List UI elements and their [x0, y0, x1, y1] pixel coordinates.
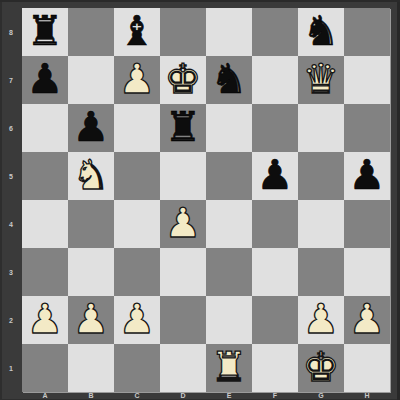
square-b6[interactable]: ♟ [68, 104, 114, 152]
square-h4[interactable] [344, 200, 390, 248]
piece-black-knight-g8[interactable]: ♞ [303, 11, 340, 52]
piece-black-bishop-c8[interactable]: ♝ [119, 11, 156, 52]
square-c4[interactable] [114, 200, 160, 248]
square-f5[interactable]: ♟ [252, 152, 298, 200]
file-label-d: D [160, 391, 206, 400]
square-f2[interactable] [252, 296, 298, 344]
rank-label-2: 2 [0, 296, 22, 344]
square-f8[interactable] [252, 8, 298, 56]
piece-black-pawn-b6[interactable]: ♟ [73, 107, 110, 148]
square-a6[interactable] [22, 104, 68, 152]
square-f3[interactable] [252, 248, 298, 296]
square-e4[interactable] [206, 200, 252, 248]
piece-white-pawn-a2[interactable]: ♟ [27, 299, 64, 340]
piece-black-rook-d6[interactable]: ♜ [165, 107, 202, 148]
piece-white-pawn-h2[interactable]: ♟ [349, 299, 386, 340]
rank-label-1: 1 [0, 344, 22, 392]
square-b2[interactable]: ♟ [68, 296, 114, 344]
rank-label-8: 8 [0, 8, 22, 56]
square-f7[interactable] [252, 56, 298, 104]
square-g3[interactable] [298, 248, 344, 296]
file-label-a: A [22, 391, 68, 400]
square-g8[interactable]: ♞ [298, 8, 344, 56]
square-g1[interactable]: ♚ [298, 344, 344, 392]
square-a5[interactable] [22, 152, 68, 200]
file-label-c: C [114, 391, 160, 400]
piece-black-rook-a8[interactable]: ♜ [27, 11, 64, 52]
square-f4[interactable] [252, 200, 298, 248]
square-c2[interactable]: ♟ [114, 296, 160, 344]
square-h2[interactable]: ♟ [344, 296, 390, 344]
piece-black-knight-e7[interactable]: ♞ [211, 59, 248, 100]
piece-white-queen-g7[interactable]: ♛ [303, 59, 340, 100]
square-e3[interactable] [206, 248, 252, 296]
square-a8[interactable]: ♜ [22, 8, 68, 56]
piece-white-rook-e1[interactable]: ♜ [211, 347, 248, 388]
rank-label-7: 7 [0, 56, 22, 104]
square-g7[interactable]: ♛ [298, 56, 344, 104]
square-c6[interactable] [114, 104, 160, 152]
square-d2[interactable] [160, 296, 206, 344]
piece-white-pawn-c7[interactable]: ♟ [119, 59, 156, 100]
piece-black-pawn-f5[interactable]: ♟ [257, 155, 294, 196]
piece-black-pawn-h5[interactable]: ♟ [349, 155, 386, 196]
square-a3[interactable] [22, 248, 68, 296]
square-g4[interactable] [298, 200, 344, 248]
square-b3[interactable] [68, 248, 114, 296]
piece-white-pawn-b2[interactable]: ♟ [73, 299, 110, 340]
square-e8[interactable] [206, 8, 252, 56]
square-d1[interactable] [160, 344, 206, 392]
square-c1[interactable] [114, 344, 160, 392]
rank-label-4: 4 [0, 200, 22, 248]
square-c3[interactable] [114, 248, 160, 296]
square-d7[interactable]: ♚ [160, 56, 206, 104]
rank-label-6: 6 [0, 104, 22, 152]
piece-white-pawn-c2[interactable]: ♟ [119, 299, 156, 340]
square-c5[interactable] [114, 152, 160, 200]
file-labels: ABCDEFGH [22, 391, 390, 400]
file-label-e: E [206, 391, 252, 400]
piece-white-king-d7[interactable]: ♚ [165, 59, 202, 100]
square-h7[interactable] [344, 56, 390, 104]
square-a1[interactable] [22, 344, 68, 392]
square-e7[interactable]: ♞ [206, 56, 252, 104]
piece-white-knight-b5[interactable]: ♞ [73, 155, 110, 196]
square-h5[interactable]: ♟ [344, 152, 390, 200]
square-h3[interactable] [344, 248, 390, 296]
square-a4[interactable] [22, 200, 68, 248]
square-f1[interactable] [252, 344, 298, 392]
square-g5[interactable] [298, 152, 344, 200]
square-e1[interactable]: ♜ [206, 344, 252, 392]
square-e5[interactable] [206, 152, 252, 200]
square-a7[interactable]: ♟ [22, 56, 68, 104]
square-h8[interactable] [344, 8, 390, 56]
board: ♜♝♞♟♟♚♞♛♟♜♞♟♟♟♟♟♟♟♟♜♚ [22, 8, 390, 392]
square-e2[interactable] [206, 296, 252, 344]
square-h1[interactable] [344, 344, 390, 392]
square-b4[interactable] [68, 200, 114, 248]
square-g2[interactable]: ♟ [298, 296, 344, 344]
piece-black-pawn-a7[interactable]: ♟ [27, 59, 64, 100]
square-d4[interactable]: ♟ [160, 200, 206, 248]
piece-white-king-g1[interactable]: ♚ [303, 347, 340, 388]
square-a2[interactable]: ♟ [22, 296, 68, 344]
square-d6[interactable]: ♜ [160, 104, 206, 152]
square-b5[interactable]: ♞ [68, 152, 114, 200]
square-b7[interactable] [68, 56, 114, 104]
file-label-b: B [68, 391, 114, 400]
square-b8[interactable] [68, 8, 114, 56]
square-c8[interactable]: ♝ [114, 8, 160, 56]
square-e6[interactable] [206, 104, 252, 152]
square-d3[interactable] [160, 248, 206, 296]
file-label-f: F [252, 391, 298, 400]
square-d8[interactable] [160, 8, 206, 56]
square-f6[interactable] [252, 104, 298, 152]
square-g6[interactable] [298, 104, 344, 152]
piece-white-pawn-d4[interactable]: ♟ [165, 203, 202, 244]
square-h6[interactable] [344, 104, 390, 152]
square-d5[interactable] [160, 152, 206, 200]
file-label-g: G [298, 391, 344, 400]
rank-labels: 87654321 [0, 8, 22, 392]
rank-label-3: 3 [0, 248, 22, 296]
piece-white-pawn-g2[interactable]: ♟ [303, 299, 340, 340]
square-c7[interactable]: ♟ [114, 56, 160, 104]
square-b1[interactable] [68, 344, 114, 392]
file-label-h: H [344, 391, 390, 400]
chess-diagram: 87654321 ♜♝♞♟♟♚♞♛♟♜♞♟♟♟♟♟♟♟♟♜♚ ABCDEFGH [0, 0, 400, 400]
rank-label-5: 5 [0, 152, 22, 200]
